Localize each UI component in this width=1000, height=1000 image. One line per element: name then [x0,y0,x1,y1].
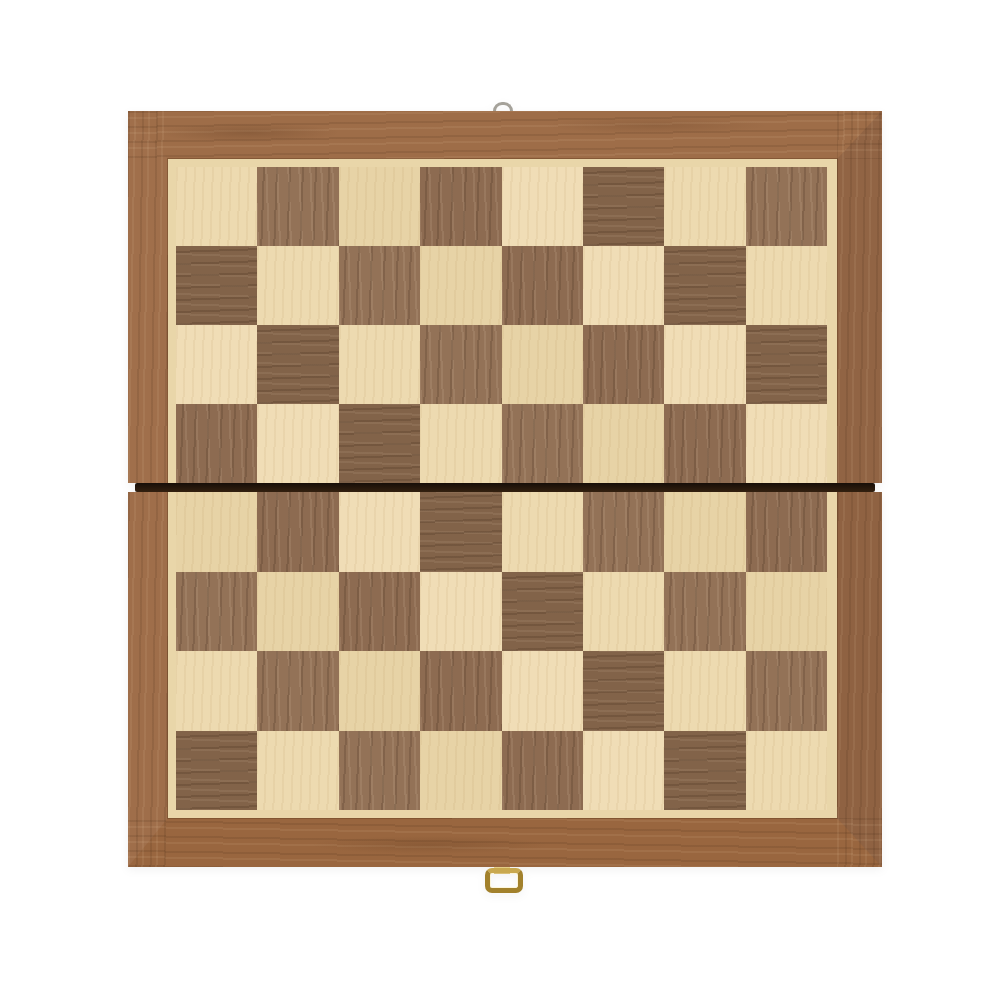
square-g6[interactable] [664,325,745,404]
square-d7[interactable] [420,246,501,325]
square-a1[interactable] [176,731,257,811]
square-c3[interactable] [339,572,420,652]
square-c1[interactable] [339,731,420,811]
square-c7[interactable] [339,246,420,325]
square-f3[interactable] [583,572,664,652]
square-b2[interactable] [257,651,338,731]
square-h5[interactable] [746,404,827,483]
square-e5[interactable] [502,404,583,483]
square-f4[interactable] [583,492,664,572]
square-c8[interactable] [339,167,420,246]
square-h4[interactable] [746,492,827,572]
square-h6[interactable] [746,325,827,404]
square-b6[interactable] [257,325,338,404]
square-b8[interactable] [257,167,338,246]
hinge-loop-icon [493,102,513,111]
square-f1[interactable] [583,731,664,811]
square-g2[interactable] [664,651,745,731]
square-a7[interactable] [176,246,257,325]
square-f6[interactable] [583,325,664,404]
square-e1[interactable] [502,731,583,811]
square-f5[interactable] [583,404,664,483]
square-a6[interactable] [176,325,257,404]
board-top-half [128,111,882,483]
square-a3[interactable] [176,572,257,652]
square-f8[interactable] [583,167,664,246]
square-g1[interactable] [664,731,745,811]
square-g7[interactable] [664,246,745,325]
square-h7[interactable] [746,246,827,325]
folding-chess-board [128,111,882,867]
square-d8[interactable] [420,167,501,246]
square-d4[interactable] [420,492,501,572]
square-a8[interactable] [176,167,257,246]
square-e6[interactable] [502,325,583,404]
inlay-border-top [168,159,837,483]
square-h3[interactable] [746,572,827,652]
square-d3[interactable] [420,572,501,652]
square-d5[interactable] [420,404,501,483]
square-h8[interactable] [746,167,827,246]
square-c5[interactable] [339,404,420,483]
square-e7[interactable] [502,246,583,325]
square-d1[interactable] [420,731,501,811]
square-g3[interactable] [664,572,745,652]
square-a4[interactable] [176,492,257,572]
square-b3[interactable] [257,572,338,652]
square-h1[interactable] [746,731,827,811]
square-b4[interactable] [257,492,338,572]
square-g8[interactable] [664,167,745,246]
square-f7[interactable] [583,246,664,325]
square-a5[interactable] [176,404,257,483]
square-b5[interactable] [257,404,338,483]
square-c4[interactable] [339,492,420,572]
square-e8[interactable] [502,167,583,246]
square-h2[interactable] [746,651,827,731]
square-b1[interactable] [257,731,338,811]
fold-seam [135,483,875,492]
square-d6[interactable] [420,325,501,404]
square-f2[interactable] [583,651,664,731]
board-bottom-half [128,492,882,867]
square-g4[interactable] [664,492,745,572]
inlay-border-bottom [168,492,837,818]
brass-clasp-icon [485,868,523,893]
square-c2[interactable] [339,651,420,731]
square-g5[interactable] [664,404,745,483]
square-d2[interactable] [420,651,501,731]
square-a2[interactable] [176,651,257,731]
square-c6[interactable] [339,325,420,404]
square-e2[interactable] [502,651,583,731]
square-e4[interactable] [502,492,583,572]
square-e3[interactable] [502,572,583,652]
board-grid-top [176,167,827,483]
square-b7[interactable] [257,246,338,325]
board-grid-bottom [176,492,827,810]
